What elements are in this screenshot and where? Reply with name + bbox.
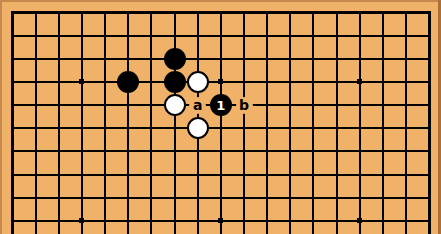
black-stone — [164, 71, 186, 93]
grid-line-horizontal — [11, 197, 431, 199]
go-diagram: ab1 — [0, 0, 441, 234]
grid-line-vertical — [104, 11, 106, 234]
star-point — [79, 79, 84, 84]
grid-line-vertical — [266, 11, 268, 234]
grid-line-vertical — [359, 11, 361, 234]
grid-line-horizontal — [11, 35, 431, 37]
black-stone — [117, 71, 139, 93]
grid-line-horizontal — [11, 150, 431, 152]
point-label-text: a — [193, 98, 202, 112]
star-point — [218, 79, 223, 84]
black-stone — [164, 48, 186, 70]
grid-line-vertical — [127, 11, 129, 234]
grid-line-vertical — [382, 11, 384, 234]
white-stone — [164, 94, 186, 116]
board-edge-bevel-top — [0, 0, 441, 2]
grid-line-horizontal — [11, 11, 431, 14]
grid-line-vertical — [174, 11, 176, 234]
grid-line-horizontal — [11, 127, 431, 129]
grid-line-horizontal — [11, 58, 431, 60]
grid-line-vertical — [405, 11, 407, 234]
grid-line-vertical — [243, 11, 245, 234]
grid-line-vertical — [289, 11, 291, 234]
point-label-b: b — [236, 97, 253, 114]
grid-line-vertical — [428, 11, 431, 234]
grid-line-vertical — [336, 11, 338, 234]
grid-line-vertical — [150, 11, 152, 234]
star-point — [218, 218, 223, 223]
grid-line-vertical — [312, 11, 314, 234]
black-stone: 1 — [210, 94, 232, 116]
grid-line-vertical — [81, 11, 83, 234]
grid-line-vertical — [35, 11, 37, 234]
grid-line-horizontal — [11, 174, 431, 176]
grid-line-vertical — [58, 11, 60, 234]
board-edge-bevel-left — [0, 0, 2, 234]
white-stone — [187, 71, 209, 93]
white-stone — [187, 117, 209, 139]
point-label-a: a — [189, 97, 206, 114]
grid-line-vertical — [11, 11, 14, 234]
grid-line-vertical — [220, 11, 222, 234]
stone-move-number: 1 — [216, 99, 225, 112]
point-label-text: b — [239, 98, 249, 112]
star-point — [357, 79, 362, 84]
star-point — [357, 218, 362, 223]
star-point — [79, 218, 84, 223]
